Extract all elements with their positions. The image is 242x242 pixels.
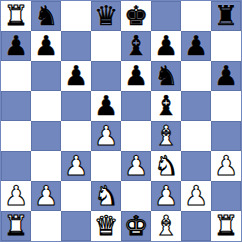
square-g5[interactable] xyxy=(181,91,211,121)
square-g4[interactable] xyxy=(181,121,211,151)
square-g1[interactable] xyxy=(181,211,211,241)
square-f2[interactable]: ♟ xyxy=(151,181,181,211)
square-e3[interactable]: ♟ xyxy=(121,151,151,181)
black-knight: ♞ xyxy=(34,1,58,31)
square-d4[interactable]: ♟ xyxy=(91,121,121,151)
square-a5[interactable] xyxy=(1,91,31,121)
square-d8[interactable]: ♛ xyxy=(91,1,121,31)
square-d5[interactable]: ♟ xyxy=(91,91,121,121)
square-f3[interactable]: ♞ xyxy=(151,151,181,181)
square-e6[interactable]: ♟ xyxy=(121,61,151,91)
white-pawn: ♟ xyxy=(64,151,88,181)
white-pawn: ♟ xyxy=(94,121,118,151)
square-c6[interactable]: ♟ xyxy=(61,61,91,91)
square-b1[interactable] xyxy=(31,211,61,241)
square-b8[interactable]: ♞ xyxy=(31,1,61,31)
black-rook: ♜ xyxy=(214,1,238,31)
white-pawn: ♟ xyxy=(154,181,178,211)
white-pawn: ♟ xyxy=(4,181,28,211)
square-h3[interactable]: ♟ xyxy=(211,151,241,181)
square-c5[interactable] xyxy=(61,91,91,121)
black-pawn: ♟ xyxy=(64,61,88,91)
white-knight: ♞ xyxy=(154,151,178,181)
square-a1[interactable]: ♜ xyxy=(1,211,31,241)
square-c3[interactable]: ♟ xyxy=(61,151,91,181)
white-rook: ♜ xyxy=(4,211,28,241)
square-d6[interactable] xyxy=(91,61,121,91)
black-pawn: ♟ xyxy=(124,61,148,91)
black-king: ♚ xyxy=(124,1,148,31)
square-b5[interactable] xyxy=(31,91,61,121)
square-c2[interactable] xyxy=(61,181,91,211)
square-f6[interactable]: ♞ xyxy=(151,61,181,91)
square-b6[interactable] xyxy=(31,61,61,91)
black-bishop: ♝ xyxy=(124,31,148,61)
square-c4[interactable] xyxy=(61,121,91,151)
square-f4[interactable]: ♝ xyxy=(151,121,181,151)
black-pawn: ♟ xyxy=(184,31,208,61)
black-queen: ♛ xyxy=(94,1,118,31)
square-h4[interactable] xyxy=(211,121,241,151)
black-pawn: ♟ xyxy=(4,31,28,61)
square-e4[interactable] xyxy=(121,121,151,151)
white-bishop: ♝ xyxy=(154,121,178,151)
square-g8[interactable] xyxy=(181,1,211,31)
square-a7[interactable]: ♟ xyxy=(1,31,31,61)
square-c1[interactable] xyxy=(61,211,91,241)
square-b3[interactable] xyxy=(31,151,61,181)
white-queen: ♛ xyxy=(94,211,118,241)
square-f5[interactable]: ♝ xyxy=(151,91,181,121)
square-h1[interactable]: ♜ xyxy=(211,211,241,241)
square-c8[interactable] xyxy=(61,1,91,31)
square-g2[interactable]: ♟ xyxy=(181,181,211,211)
square-d1[interactable]: ♛ xyxy=(91,211,121,241)
square-c7[interactable] xyxy=(61,31,91,61)
white-pawn: ♟ xyxy=(34,181,58,211)
white-bishop: ♝ xyxy=(154,211,178,241)
white-knight: ♞ xyxy=(94,181,118,211)
square-b7[interactable]: ♟ xyxy=(31,31,61,61)
square-f7[interactable]: ♟ xyxy=(151,31,181,61)
square-h8[interactable]: ♜ xyxy=(211,1,241,31)
square-h7[interactable] xyxy=(211,31,241,61)
square-a3[interactable] xyxy=(1,151,31,181)
square-a6[interactable] xyxy=(1,61,31,91)
chess-board: ♜♞♛♚♜♟♟♝♟♟♟♟♞♟♟♝♟♝♟♟♞♟♟♟♞♟♟♜♛♚♝♜ xyxy=(0,0,242,242)
white-king: ♚ xyxy=(124,211,148,241)
white-pawn: ♟ xyxy=(124,151,148,181)
white-rook: ♜ xyxy=(4,1,28,31)
square-d2[interactable]: ♞ xyxy=(91,181,121,211)
square-f8[interactable] xyxy=(151,1,181,31)
black-pawn: ♟ xyxy=(94,91,118,121)
white-pawn: ♟ xyxy=(214,151,238,181)
square-f1[interactable]: ♝ xyxy=(151,211,181,241)
white-rook: ♜ xyxy=(214,211,238,241)
square-h2[interactable] xyxy=(211,181,241,211)
square-e2[interactable] xyxy=(121,181,151,211)
white-pawn: ♟ xyxy=(184,181,208,211)
square-b2[interactable]: ♟ xyxy=(31,181,61,211)
square-e8[interactable]: ♚ xyxy=(121,1,151,31)
square-d3[interactable] xyxy=(91,151,121,181)
square-e5[interactable] xyxy=(121,91,151,121)
black-pawn: ♟ xyxy=(214,61,238,91)
square-h5[interactable] xyxy=(211,91,241,121)
black-knight: ♞ xyxy=(154,61,178,91)
square-e7[interactable]: ♝ xyxy=(121,31,151,61)
square-a2[interactable]: ♟ xyxy=(1,181,31,211)
square-g7[interactable]: ♟ xyxy=(181,31,211,61)
square-b4[interactable] xyxy=(31,121,61,151)
square-d7[interactable] xyxy=(91,31,121,61)
square-g6[interactable] xyxy=(181,61,211,91)
black-pawn: ♟ xyxy=(154,31,178,61)
square-a4[interactable] xyxy=(1,121,31,151)
square-g3[interactable] xyxy=(181,151,211,181)
square-e1[interactable]: ♚ xyxy=(121,211,151,241)
square-a8[interactable]: ♜ xyxy=(1,1,31,31)
black-bishop: ♝ xyxy=(154,91,178,121)
square-h6[interactable]: ♟ xyxy=(211,61,241,91)
black-pawn: ♟ xyxy=(34,31,58,61)
